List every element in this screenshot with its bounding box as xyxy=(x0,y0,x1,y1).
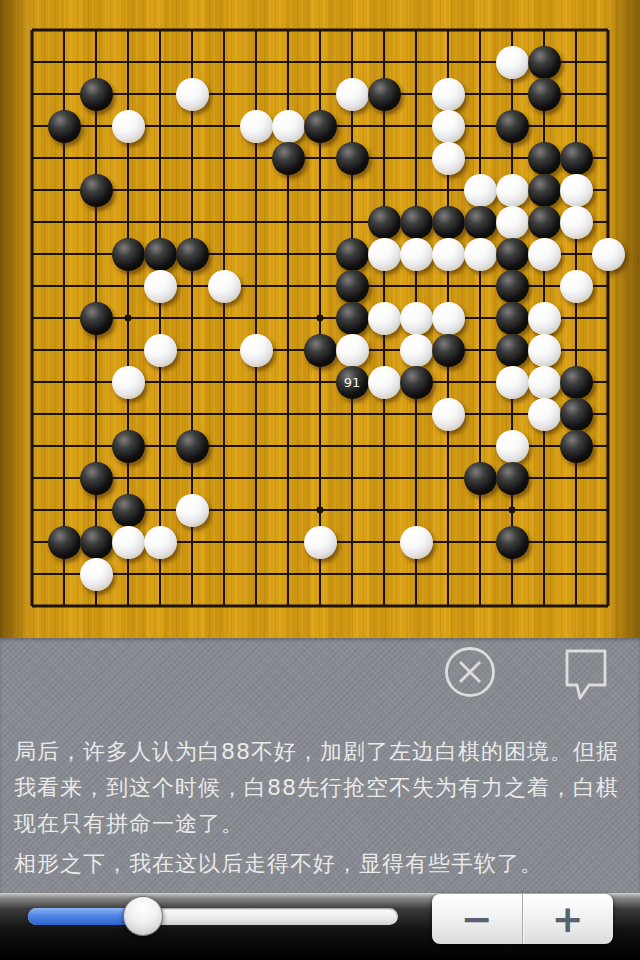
white-stone xyxy=(144,270,177,303)
black-stone xyxy=(176,238,209,271)
white-stone xyxy=(432,78,465,111)
star-point xyxy=(125,315,132,322)
white-stone xyxy=(496,174,529,207)
white-stone xyxy=(368,302,401,335)
white-stone xyxy=(368,238,401,271)
go-board[interactable]: 91 xyxy=(16,14,624,622)
white-stone xyxy=(144,526,177,559)
white-stone xyxy=(400,334,433,367)
black-stone xyxy=(336,270,369,303)
commentary-paragraph-1: 局后，许多人认为白88不好，加剧了左边白棋的困境。但据我看来，到这个时候，白88… xyxy=(14,734,628,842)
black-stone xyxy=(368,78,401,111)
black-stone xyxy=(304,334,337,367)
white-stone xyxy=(112,110,145,143)
previous-move-button[interactable]: − xyxy=(432,894,523,944)
black-stone xyxy=(496,302,529,335)
black-stone xyxy=(432,334,465,367)
black-stone xyxy=(80,302,113,335)
black-stone xyxy=(560,366,593,399)
black-stone xyxy=(528,46,561,79)
white-stone xyxy=(432,302,465,335)
white-stone xyxy=(464,174,497,207)
star-point xyxy=(317,315,324,322)
marked-move-stone: 91 xyxy=(336,366,369,399)
black-stone xyxy=(464,206,497,239)
star-point xyxy=(317,507,324,514)
white-stone xyxy=(272,110,305,143)
black-stone xyxy=(112,430,145,463)
white-stone xyxy=(240,334,273,367)
black-stone xyxy=(272,142,305,175)
white-stone xyxy=(432,398,465,431)
next-move-button[interactable]: + xyxy=(523,894,614,944)
close-button[interactable] xyxy=(444,646,496,698)
black-stone xyxy=(48,526,81,559)
black-stone xyxy=(48,110,81,143)
black-stone xyxy=(80,462,113,495)
black-stone xyxy=(528,78,561,111)
black-stone xyxy=(528,206,561,239)
white-stone xyxy=(400,238,433,271)
white-stone xyxy=(112,526,145,559)
white-stone xyxy=(528,302,561,335)
black-stone xyxy=(496,110,529,143)
move-stepper: − + xyxy=(432,894,613,944)
commentary-text: 局后，许多人认为白88不好，加剧了左边白棋的困境。但据我看来，到这个时候，白88… xyxy=(14,734,628,882)
black-stone xyxy=(112,238,145,271)
white-stone xyxy=(560,270,593,303)
black-stone xyxy=(336,142,369,175)
white-stone xyxy=(528,238,561,271)
close-icon xyxy=(444,646,496,698)
white-stone xyxy=(176,78,209,111)
white-stone xyxy=(112,366,145,399)
white-stone xyxy=(400,526,433,559)
white-stone xyxy=(176,494,209,527)
go-board-area: 91 xyxy=(0,0,640,638)
move-slider-track[interactable] xyxy=(28,908,398,925)
comment-bubble-icon xyxy=(564,648,608,700)
white-stone xyxy=(400,302,433,335)
white-stone xyxy=(592,238,625,271)
comment-button[interactable] xyxy=(564,648,608,700)
black-stone xyxy=(496,462,529,495)
black-stone xyxy=(304,110,337,143)
black-stone xyxy=(528,174,561,207)
black-stone xyxy=(80,526,113,559)
black-stone xyxy=(336,238,369,271)
white-stone xyxy=(240,110,273,143)
white-stone xyxy=(464,238,497,271)
star-point xyxy=(509,507,516,514)
white-stone xyxy=(432,238,465,271)
black-stone xyxy=(432,206,465,239)
black-stone xyxy=(80,78,113,111)
white-stone xyxy=(336,78,369,111)
white-stone xyxy=(528,366,561,399)
black-stone xyxy=(80,174,113,207)
black-stone xyxy=(528,142,561,175)
white-stone xyxy=(80,558,113,591)
commentary-panel: 局后，许多人认为白88不好，加剧了左边白棋的困境。但据我看来，到这个时候，白88… xyxy=(0,638,640,893)
black-stone xyxy=(560,430,593,463)
black-stone xyxy=(464,462,497,495)
black-stone xyxy=(560,142,593,175)
black-stone xyxy=(496,238,529,271)
white-stone xyxy=(432,110,465,143)
black-stone xyxy=(560,398,593,431)
white-stone xyxy=(368,366,401,399)
black-stone xyxy=(176,430,209,463)
black-stone xyxy=(496,334,529,367)
black-stone xyxy=(496,270,529,303)
white-stone xyxy=(560,206,593,239)
white-stone xyxy=(496,366,529,399)
move-number-label: 91 xyxy=(344,376,361,389)
white-stone xyxy=(560,174,593,207)
white-stone xyxy=(496,206,529,239)
white-stone xyxy=(528,398,561,431)
black-stone xyxy=(400,366,433,399)
black-stone xyxy=(368,206,401,239)
white-stone xyxy=(336,334,369,367)
white-stone xyxy=(496,430,529,463)
black-stone xyxy=(400,206,433,239)
black-stone xyxy=(144,238,177,271)
white-stone xyxy=(496,46,529,79)
commentary-paragraph-2: 相形之下，我在这以后走得不好，显得有些手软了。 xyxy=(14,846,628,882)
white-stone xyxy=(304,526,337,559)
move-slider-thumb[interactable] xyxy=(123,896,163,936)
white-stone xyxy=(208,270,241,303)
black-stone xyxy=(496,526,529,559)
white-stone xyxy=(528,334,561,367)
white-stone xyxy=(432,142,465,175)
black-stone xyxy=(112,494,145,527)
go-app-screen: 91 局后，许多人认为白88不好，加剧了左边白棋的困境。但据我看来，到这个时候，… xyxy=(0,0,640,960)
white-stone xyxy=(144,334,177,367)
black-stone xyxy=(336,302,369,335)
